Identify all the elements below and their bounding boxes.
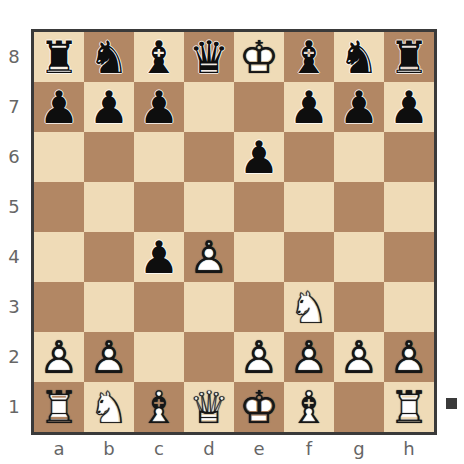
- square-e7[interactable]: [234, 82, 284, 132]
- file-label-c: c: [134, 436, 184, 462]
- piece-bP[interactable]: ♟: [134, 82, 184, 132]
- square-a8[interactable]: ♜: [34, 32, 84, 82]
- square-d7[interactable]: [184, 82, 234, 132]
- file-labels: abcdefgh: [34, 436, 434, 462]
- piece-glyph: ♟: [284, 82, 334, 132]
- piece-wR[interactable]: ♜♖: [384, 382, 434, 432]
- square-h1[interactable]: ♜♖: [384, 382, 434, 432]
- square-c1[interactable]: ♝♗: [134, 382, 184, 432]
- piece-bP[interactable]: ♟: [134, 232, 184, 282]
- square-b2[interactable]: ♟♙: [84, 332, 134, 382]
- square-c6[interactable]: [134, 132, 184, 182]
- rank-labels: 87654321: [0, 32, 28, 432]
- square-g5[interactable]: [334, 182, 384, 232]
- piece-wP[interactable]: ♟♙: [184, 232, 234, 282]
- square-d2[interactable]: [184, 332, 234, 382]
- rank-label-7: 7: [0, 82, 28, 132]
- square-f2[interactable]: ♟♙: [284, 332, 334, 382]
- piece-glyph: ♛: [184, 32, 234, 82]
- square-a4[interactable]: [34, 232, 84, 282]
- square-f1[interactable]: ♝♗: [284, 382, 334, 432]
- piece-bP[interactable]: ♟: [234, 132, 284, 182]
- square-c5[interactable]: [134, 182, 184, 232]
- square-c8[interactable]: ♝: [134, 32, 184, 82]
- square-a1[interactable]: ♜♖: [34, 382, 84, 432]
- piece-outline: ♙: [384, 332, 434, 382]
- piece-glyph: ♞: [334, 32, 384, 82]
- square-b5[interactable]: [84, 182, 134, 232]
- square-h5[interactable]: [384, 182, 434, 232]
- square-f8[interactable]: ♝: [284, 32, 334, 82]
- square-c2[interactable]: [134, 332, 184, 382]
- square-f7[interactable]: ♟: [284, 82, 334, 132]
- square-g4[interactable]: [334, 232, 384, 282]
- square-a3[interactable]: [34, 282, 84, 332]
- piece-wP[interactable]: ♟♙: [384, 332, 434, 382]
- square-b3[interactable]: [84, 282, 134, 332]
- rank-label-2: 2: [0, 332, 28, 382]
- piece-outline: ♘: [284, 282, 334, 332]
- piece-bB[interactable]: ♝: [284, 32, 334, 82]
- piece-outline: ♗: [134, 382, 184, 432]
- square-d1[interactable]: ♛♕: [184, 382, 234, 432]
- move-indicator-square: [446, 398, 457, 409]
- piece-bP[interactable]: ♟: [84, 82, 134, 132]
- rank-label-6: 6: [0, 132, 28, 182]
- square-a2[interactable]: ♟♙: [34, 332, 84, 382]
- square-e4[interactable]: [234, 232, 284, 282]
- piece-outline: ♙: [334, 332, 384, 382]
- square-e2[interactable]: ♟♙: [234, 332, 284, 382]
- square-b7[interactable]: ♟: [84, 82, 134, 132]
- piece-bP[interactable]: ♟: [384, 82, 434, 132]
- square-e6[interactable]: ♟: [234, 132, 284, 182]
- piece-bK[interactable]: ♚♔: [234, 32, 284, 82]
- piece-wB[interactable]: ♝♗: [284, 382, 334, 432]
- square-b6[interactable]: [84, 132, 134, 182]
- piece-wN[interactable]: ♞♘: [84, 382, 134, 432]
- piece-outline: ♙: [84, 332, 134, 382]
- piece-bB[interactable]: ♝: [134, 32, 184, 82]
- rank-label-8: 8: [0, 32, 28, 82]
- piece-outline: ♙: [184, 232, 234, 282]
- piece-outline: ♙: [34, 332, 84, 382]
- piece-glyph: ♝: [284, 32, 334, 82]
- piece-bR[interactable]: ♜: [384, 32, 434, 82]
- piece-wR[interactable]: ♜♖: [34, 382, 84, 432]
- piece-glyph: ♟: [34, 82, 84, 132]
- square-c3[interactable]: [134, 282, 184, 332]
- piece-outline: ♕: [184, 382, 234, 432]
- chess-board: ♜♞♝♛♚♔♝♞♜♟♟♟♟♟♟♟♟♟♙♞♘♟♙♟♙♟♙♟♙♟♙♟♙♜♖♞♘♝♗♛…: [31, 29, 437, 435]
- square-h3[interactable]: [384, 282, 434, 332]
- piece-wN[interactable]: ♞♘: [284, 282, 334, 332]
- square-h8[interactable]: ♜: [384, 32, 434, 82]
- file-label-a: a: [34, 436, 84, 462]
- piece-wP[interactable]: ♟♙: [34, 332, 84, 382]
- piece-wB[interactable]: ♝♗: [134, 382, 184, 432]
- rank-label-3: 3: [0, 282, 28, 332]
- piece-wP[interactable]: ♟♙: [234, 332, 284, 382]
- piece-glyph: ♟: [84, 82, 134, 132]
- square-a5[interactable]: [34, 182, 84, 232]
- square-f6[interactable]: [284, 132, 334, 182]
- square-d5[interactable]: [184, 182, 234, 232]
- rank-label-4: 4: [0, 232, 28, 282]
- piece-bP[interactable]: ♟: [284, 82, 334, 132]
- square-e3[interactable]: [234, 282, 284, 332]
- piece-glyph: ♞: [84, 32, 134, 82]
- piece-glyph: ♝: [134, 32, 184, 82]
- square-b4[interactable]: [84, 232, 134, 282]
- piece-glyph: ♟: [334, 82, 384, 132]
- square-c4[interactable]: ♟: [134, 232, 184, 282]
- square-e5[interactable]: [234, 182, 284, 232]
- file-label-h: h: [384, 436, 434, 462]
- piece-bP[interactable]: ♟: [34, 82, 84, 132]
- square-c7[interactable]: ♟: [134, 82, 184, 132]
- piece-outline: ♖: [384, 382, 434, 432]
- piece-outline: ♔: [234, 32, 284, 82]
- square-f4[interactable]: [284, 232, 334, 282]
- square-e1[interactable]: ♚♔: [234, 382, 284, 432]
- piece-glyph: ♜: [384, 32, 434, 82]
- square-g3[interactable]: [334, 282, 384, 332]
- file-label-e: e: [234, 436, 284, 462]
- square-d8[interactable]: ♛: [184, 32, 234, 82]
- square-e8[interactable]: ♚♔: [234, 32, 284, 82]
- piece-wP[interactable]: ♟♙: [84, 332, 134, 382]
- piece-wP[interactable]: ♟♙: [284, 332, 334, 382]
- file-label-g: g: [334, 436, 384, 462]
- square-g2[interactable]: ♟♙: [334, 332, 384, 382]
- piece-glyph: ♜: [34, 32, 84, 82]
- piece-bN[interactable]: ♞: [84, 32, 134, 82]
- rank-label-1: 1: [0, 382, 28, 432]
- piece-outline: ♙: [284, 332, 334, 382]
- file-label-f: f: [284, 436, 334, 462]
- piece-glyph: ♟: [234, 132, 284, 182]
- square-d6[interactable]: [184, 132, 234, 182]
- file-label-b: b: [84, 436, 134, 462]
- square-f5[interactable]: [284, 182, 334, 232]
- square-a6[interactable]: [34, 132, 84, 182]
- piece-outline: ♗: [284, 382, 334, 432]
- square-h2[interactable]: ♟♙: [384, 332, 434, 382]
- square-h6[interactable]: [384, 132, 434, 182]
- piece-glyph: ♟: [134, 232, 184, 282]
- piece-bQ[interactable]: ♛: [184, 32, 234, 82]
- square-f3[interactable]: ♞♘: [284, 282, 334, 332]
- square-g1[interactable]: [334, 382, 384, 432]
- file-label-d: d: [184, 436, 234, 462]
- rank-label-5: 5: [0, 182, 28, 232]
- square-g6[interactable]: [334, 132, 384, 182]
- square-h7[interactable]: ♟: [384, 82, 434, 132]
- piece-wP[interactable]: ♟♙: [334, 332, 384, 382]
- square-b8[interactable]: ♞: [84, 32, 134, 82]
- piece-bN[interactable]: ♞: [334, 32, 384, 82]
- square-g7[interactable]: ♟: [334, 82, 384, 132]
- piece-outline: ♙: [234, 332, 284, 382]
- piece-outline: ♖: [34, 382, 84, 432]
- piece-wK[interactable]: ♚♔: [234, 382, 284, 432]
- square-h4[interactable]: [384, 232, 434, 282]
- square-d4[interactable]: ♟♙: [184, 232, 234, 282]
- piece-outline: ♘: [84, 382, 134, 432]
- piece-bP[interactable]: ♟: [334, 82, 384, 132]
- piece-glyph: ♟: [134, 82, 184, 132]
- square-d3[interactable]: [184, 282, 234, 332]
- square-a7[interactable]: ♟: [34, 82, 84, 132]
- piece-bR[interactable]: ♜: [34, 32, 84, 82]
- piece-outline: ♔: [234, 382, 284, 432]
- piece-glyph: ♟: [384, 82, 434, 132]
- square-g8[interactable]: ♞: [334, 32, 384, 82]
- square-b1[interactable]: ♞♘: [84, 382, 134, 432]
- piece-wQ[interactable]: ♛♕: [184, 382, 234, 432]
